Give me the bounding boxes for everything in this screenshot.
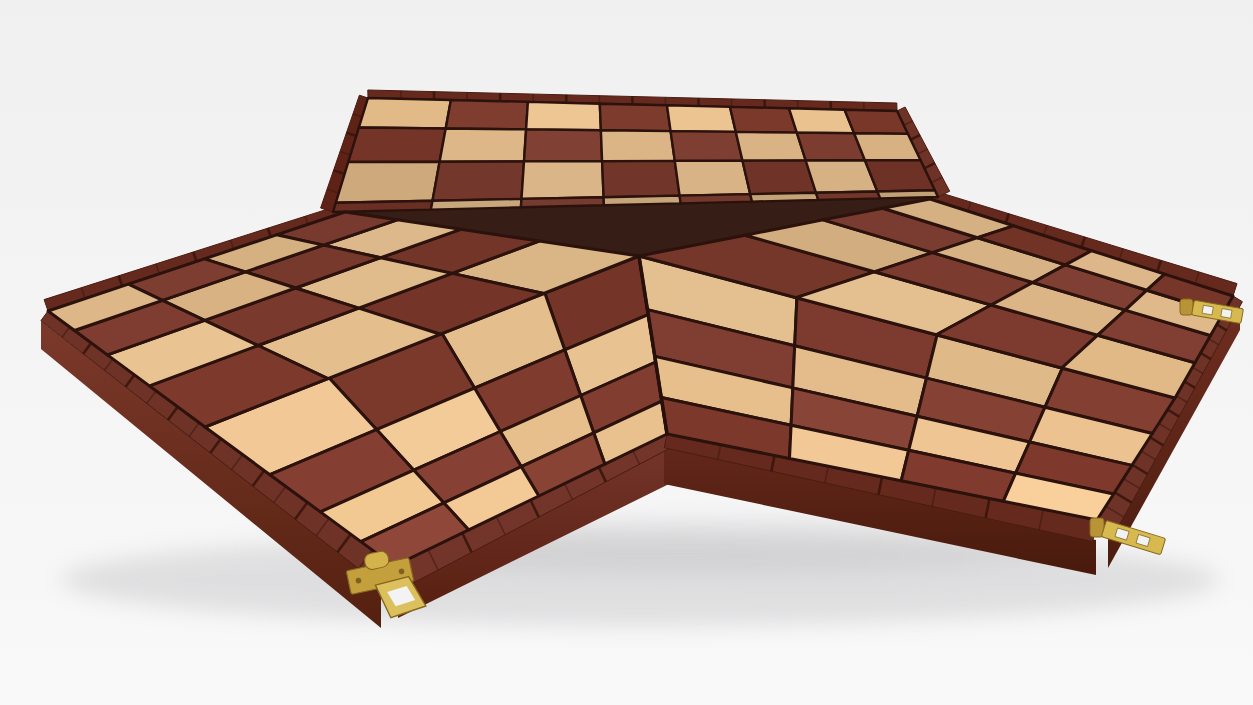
board-cell xyxy=(446,100,528,129)
board-cell xyxy=(602,161,680,197)
board-cell xyxy=(854,133,920,160)
board-cell xyxy=(877,190,938,198)
board-cell xyxy=(600,104,671,131)
three-player-chessboard xyxy=(0,0,1253,705)
board-render: Three-player chess — folding wooden boar… xyxy=(0,0,1253,705)
board-cell xyxy=(730,107,797,133)
board-cell xyxy=(736,132,806,161)
board-cell xyxy=(524,129,602,161)
board-cell xyxy=(440,129,526,162)
board-cell xyxy=(601,130,675,161)
board-cell xyxy=(348,128,445,163)
board-cell xyxy=(671,131,743,161)
board-cell xyxy=(336,162,440,203)
board-cell xyxy=(675,161,750,196)
board-cell xyxy=(522,161,604,199)
board-cell xyxy=(667,105,736,132)
board-cell xyxy=(526,102,601,130)
board-cell xyxy=(743,161,817,195)
rear-arm-cells xyxy=(333,98,938,212)
board-cell xyxy=(845,110,908,134)
board-cell xyxy=(433,161,525,200)
board-cell xyxy=(359,98,451,129)
